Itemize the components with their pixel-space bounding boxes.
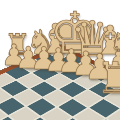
white-rook-queenside: ♜ (96, 57, 120, 100)
chess-set-photo: ♜♞♝♚♛♝♞♟♟♟♟♟♟♟♟♜ (0, 0, 120, 120)
pieces-layer: ♜♞♝♚♛♝♞♟♟♟♟♟♟♟♟♜ (0, 0, 120, 120)
